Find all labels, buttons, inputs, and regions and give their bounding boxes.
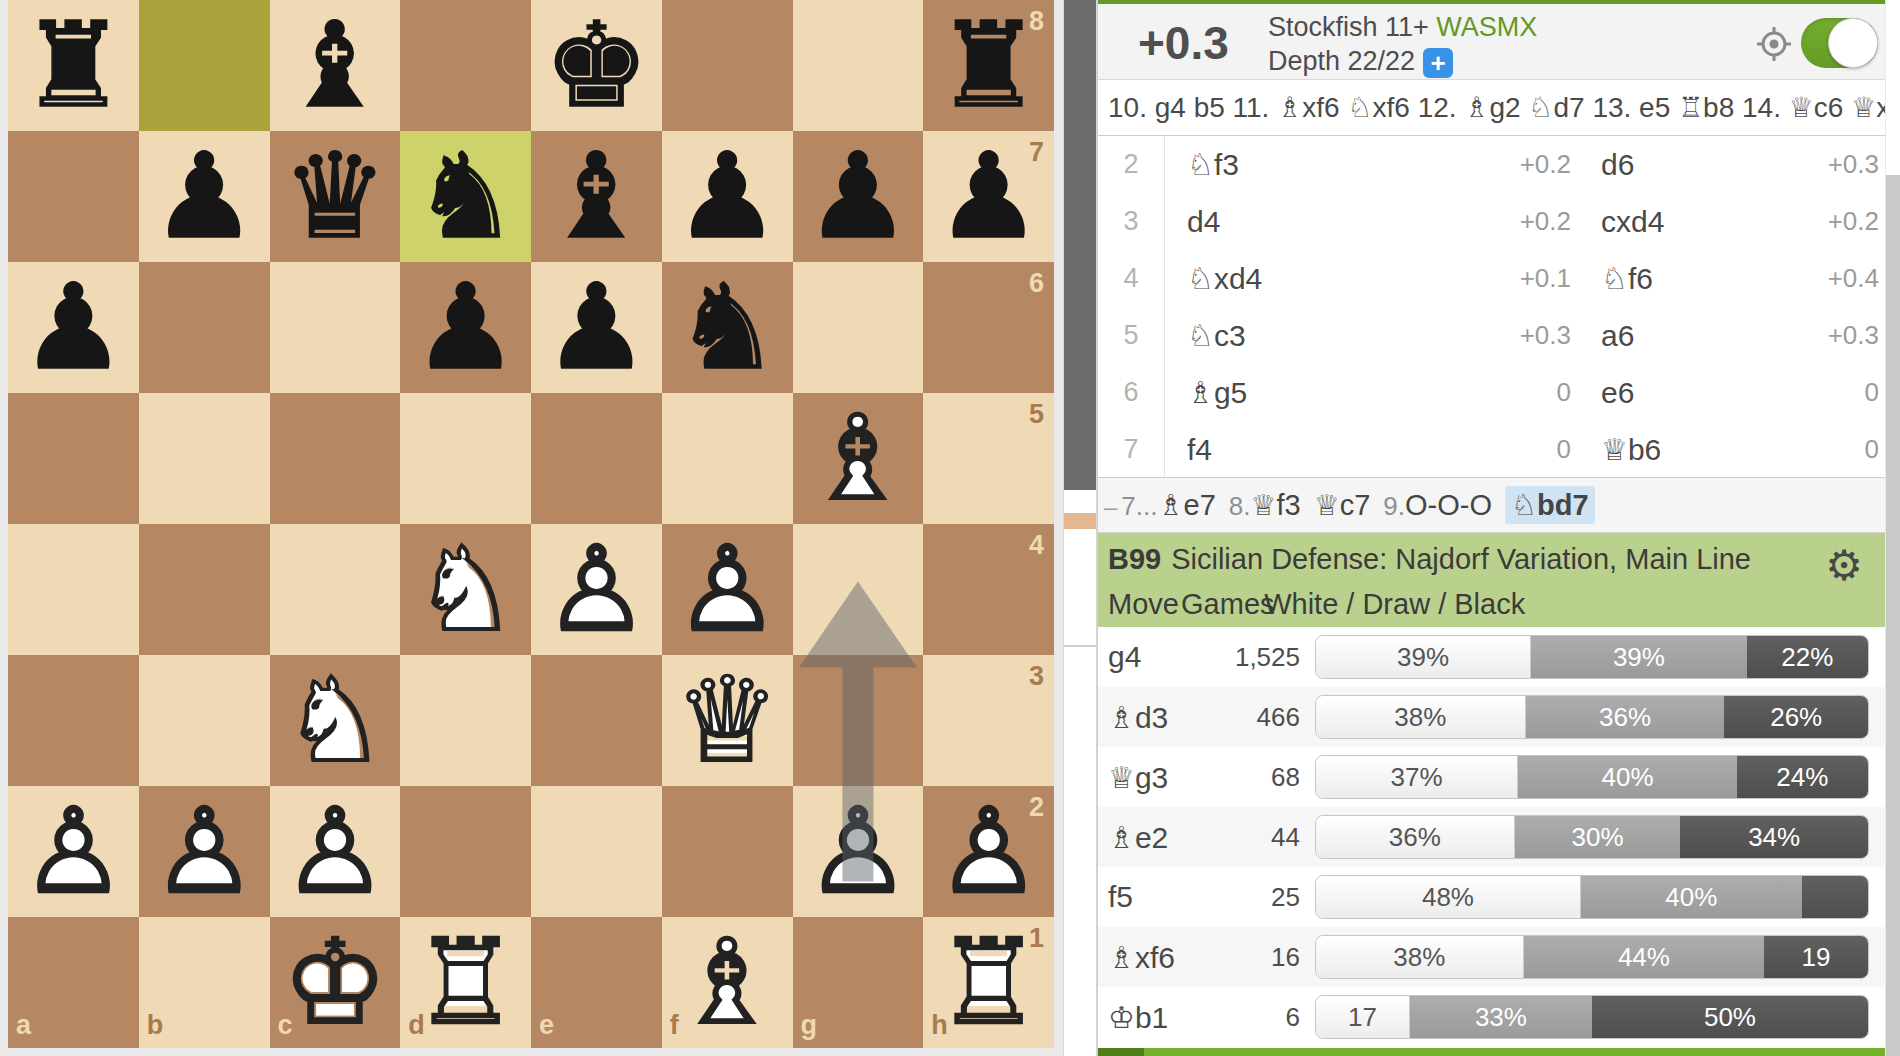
opening-name: B99Sicilian Defense: Najdorf Variation, …	[1108, 543, 1885, 576]
col-white-draw-black: White / Draw / Black	[1264, 588, 1525, 620]
piece-white-bishop[interactable]: ♝♗	[793, 393, 924, 524]
move-number: 3	[1098, 193, 1165, 250]
opening-explorer-table: g41,52539%39%22%♗d346638%36%26%♕g36837%4…	[1098, 627, 1885, 1048]
piece-black-pawn[interactable]: ♟	[923, 131, 1054, 262]
explorer-row-♗e2[interactable]: ♗e24436%30%34%	[1098, 807, 1885, 867]
explorer-row-f5[interactable]: f52548%40%	[1098, 867, 1885, 927]
add-threads-icon[interactable]: +	[1423, 48, 1453, 78]
black-move[interactable]: a6	[1601, 319, 1634, 353]
context-move[interactable]: 9.O-O-O	[1383, 501, 1505, 518]
piece-black-bishop[interactable]: ♝	[270, 0, 401, 131]
piece-glyph: ♛	[270, 131, 401, 262]
piece-white-pawn[interactable]: ♟♙	[531, 524, 662, 655]
square-c6[interactable]	[270, 262, 401, 393]
white-move-cell[interactable]: f40	[1165, 421, 1601, 478]
eval-gauge	[1063, 0, 1097, 1056]
engine-tech-label: WASMX	[1436, 12, 1537, 42]
move-number: 2	[1098, 136, 1165, 193]
square-c2[interactable]: ♟♙	[270, 786, 401, 917]
black-move[interactable]: e6	[1601, 376, 1634, 410]
square-h2[interactable]: ♟♙	[923, 786, 1054, 917]
opening-eco: B99	[1108, 543, 1161, 575]
piece-black-king[interactable]: ♚	[531, 0, 662, 131]
white-eval: +0.2	[1520, 206, 1571, 237]
square-d5[interactable]	[400, 393, 531, 524]
result-bar: 48%40%	[1315, 875, 1869, 919]
result-bar: 36%30%34%	[1315, 815, 1869, 859]
black-eval: 0	[1865, 377, 1879, 408]
move-row-2: 2♘f3+0.2d6+0.3	[1098, 136, 1885, 193]
black-wins-segment: 34%	[1680, 816, 1868, 858]
piece-glyph: ♝	[270, 0, 401, 131]
black-wins-segment: 24%	[1737, 756, 1868, 798]
square-d8[interactable]	[400, 0, 531, 131]
explorer-move[interactable]: f5	[1108, 880, 1210, 914]
engine-depth-line: Depth 22/22+	[1268, 44, 1537, 78]
white-move[interactable]: ♗g5	[1187, 375, 1247, 410]
black-move[interactable]: ♕b6	[1601, 432, 1661, 467]
piece-glyph: ♟	[8, 262, 139, 393]
square-c4[interactable]	[270, 524, 401, 655]
piece-white-bishop[interactable]: ♝♗	[662, 917, 793, 1048]
piece-black-pawn[interactable]: ♟	[8, 262, 139, 393]
white-move-cell[interactable]: ♘c3+0.3	[1165, 307, 1601, 364]
square-b3[interactable]	[139, 655, 270, 786]
piece-black-pawn[interactable]: ♟	[793, 131, 924, 262]
square-f4[interactable]: ♟♙	[662, 524, 793, 655]
result-bar: 1733%50%	[1315, 995, 1869, 1039]
piece-glyph: ♟	[139, 131, 270, 262]
black-eval: +0.3	[1828, 149, 1879, 180]
square-f8[interactable]	[662, 0, 793, 131]
black-eval: +0.4	[1828, 263, 1879, 294]
move-row-6: 6♗g50e60	[1098, 364, 1885, 421]
piece-white-pawn[interactable]: ♟♙	[923, 786, 1054, 917]
black-eval: +0.2	[1828, 206, 1879, 237]
engine-name: Stockfish 11+	[1268, 12, 1429, 42]
square-e4[interactable]: ♟♙	[531, 524, 662, 655]
white-move[interactable]: d4	[1187, 205, 1220, 239]
draws-segment: 36%	[1526, 696, 1725, 738]
engine-info: Stockfish 11+ WASMX Depth 22/22+	[1268, 10, 1537, 78]
black-wins-segment	[1802, 876, 1868, 918]
piece-white-pawn[interactable]: ♟♙	[270, 786, 401, 917]
eval-gauge-tick-line	[1064, 645, 1096, 647]
white-wins-segment: 37%	[1316, 756, 1518, 798]
context-move-current[interactable]: ♘bd7	[1505, 501, 1595, 518]
explorer-move[interactable]: ♗e2	[1108, 820, 1210, 855]
square-f7[interactable]: ♟	[662, 131, 793, 262]
piece-glyph: ♞	[662, 262, 793, 393]
black-move-cell[interactable]: ♘f6+0.4	[1601, 250, 1885, 307]
black-move-cell[interactable]: cxd4+0.2	[1601, 193, 1885, 250]
draws-segment: 40%	[1518, 756, 1737, 798]
explorer-move[interactable]: g4	[1108, 640, 1210, 674]
piece-outline: ♔	[270, 917, 401, 1048]
white-eval: +0.1	[1520, 263, 1571, 294]
black-eval: 0	[1865, 434, 1879, 465]
move-number: 7	[1098, 421, 1165, 478]
white-wins-segment: 36%	[1316, 816, 1515, 858]
progress-rest	[1144, 1048, 1885, 1056]
context-move[interactable]: ♕c7	[1314, 501, 1384, 518]
square-f1[interactable]: ♝♗	[662, 917, 793, 1048]
square-f5[interactable]	[662, 393, 793, 524]
square-f6[interactable]: ♞	[662, 262, 793, 393]
square-g3[interactable]	[793, 655, 924, 786]
square-h7[interactable]: ♟	[923, 131, 1054, 262]
square-g4[interactable]	[793, 524, 924, 655]
square-a8[interactable]: ♜	[8, 0, 139, 131]
engine-header: +0.3 Stockfish 11+ WASMX Depth 22/22+	[1098, 0, 1885, 80]
white-eval: 0	[1557, 377, 1571, 408]
piece-white-rook[interactable]: ♜♖	[923, 917, 1054, 1048]
square-h4[interactable]	[923, 524, 1054, 655]
square-g8[interactable]	[793, 0, 924, 131]
piece-glyph: ♟	[400, 262, 531, 393]
square-d6[interactable]: ♟	[400, 262, 531, 393]
eval-gauge-black-portion	[1064, 0, 1096, 490]
practice-target-icon[interactable]	[1756, 26, 1792, 62]
square-c7[interactable]: ♛	[270, 131, 401, 262]
square-a7[interactable]	[8, 131, 139, 262]
black-move[interactable]: d6	[1601, 148, 1634, 182]
engine-toggle[interactable]	[1801, 18, 1878, 68]
explorer-progress-bar	[1098, 1048, 1885, 1056]
white-move-cell[interactable]: ♘xd4+0.1	[1165, 250, 1601, 307]
square-e2[interactable]	[531, 786, 662, 917]
square-d3[interactable]	[400, 655, 531, 786]
piece-outline: ♙	[531, 524, 662, 655]
piece-white-knight[interactable]: ♞♘	[400, 524, 531, 655]
explorer-move[interactable]: ♔b1	[1108, 1000, 1210, 1035]
result-bar: 37%40%24%	[1315, 755, 1869, 799]
black-wins-segment: 19	[1764, 936, 1868, 978]
piece-glyph: ♜	[923, 0, 1054, 131]
piece-white-knight[interactable]: ♞♘	[270, 655, 401, 786]
piece-outline: ♘	[270, 655, 401, 786]
square-a6[interactable]: ♟	[8, 262, 139, 393]
square-e7[interactable]: ♝	[531, 131, 662, 262]
page-scrollbar-thumb[interactable]	[1886, 175, 1900, 1056]
piece-outline: ♙	[923, 786, 1054, 917]
explorer-column-headers: Move Games White / Draw / Black	[1108, 588, 1885, 621]
piece-white-pawn[interactable]: ♟♙	[662, 524, 793, 655]
white-move[interactable]: ♘c3	[1187, 318, 1246, 353]
engine-depth: Depth 22/22	[1268, 46, 1415, 76]
piece-glyph: ♜	[8, 0, 139, 131]
piece-outline: ♙	[662, 524, 793, 655]
piece-outline: ♗	[662, 917, 793, 1048]
explorer-games: 68	[1210, 762, 1300, 793]
black-move[interactable]: cxd4	[1601, 205, 1664, 239]
square-h5[interactable]	[923, 393, 1054, 524]
white-move-cell[interactable]: ♘f3+0.2	[1165, 136, 1601, 193]
piece-black-pawn[interactable]: ♟	[662, 131, 793, 262]
opening-explorer-header: B99Sicilian Defense: Najdorf Variation, …	[1098, 533, 1885, 627]
piece-outline: ♘	[400, 524, 531, 655]
piece-white-rook[interactable]: ♜♖	[400, 917, 531, 1048]
square-a1[interactable]	[8, 917, 139, 1048]
square-g1[interactable]	[793, 917, 924, 1048]
col-games: Games	[1181, 588, 1256, 621]
square-d7[interactable]: ♞	[400, 131, 531, 262]
move-number: 6	[1098, 364, 1165, 421]
piece-white-king[interactable]: ♚♔	[270, 917, 401, 1048]
piece-black-knight[interactable]: ♞	[662, 262, 793, 393]
principal-variation[interactable]: 10. g4 b5 11. ♗xf6 ♘xf6 12. ♗g2 ♘d7 13. …	[1098, 80, 1885, 136]
gear-icon[interactable]: ⚙	[1825, 541, 1863, 590]
move-row-3: 3d4+0.2cxd4+0.2	[1098, 193, 1885, 250]
square-h3[interactable]	[923, 655, 1054, 786]
piece-black-pawn[interactable]: ♟	[531, 262, 662, 393]
black-wins-segment: 22%	[1747, 636, 1868, 678]
white-eval: +0.2	[1520, 149, 1571, 180]
piece-black-bishop[interactable]: ♝	[531, 131, 662, 262]
explorer-row-♗d3[interactable]: ♗d346638%36%26%	[1098, 687, 1885, 747]
square-h1[interactable]: ♜♖	[923, 917, 1054, 1048]
square-b2[interactable]: ♟♙	[139, 786, 270, 917]
line-dash: –	[1104, 493, 1117, 520]
square-f2[interactable]	[662, 786, 793, 917]
square-b1[interactable]	[139, 917, 270, 1048]
current-line: –7...♗e78.♕f3♕c79.O-O-O♘bd7	[1098, 478, 1885, 533]
piece-black-pawn[interactable]: ♟	[400, 262, 531, 393]
piece-outline: ♗	[793, 393, 924, 524]
explorer-move[interactable]: ♕g3	[1108, 760, 1210, 795]
black-move[interactable]: ♘f6	[1601, 261, 1653, 296]
square-b6[interactable]	[139, 262, 270, 393]
draws-segment: 39%	[1531, 636, 1746, 678]
white-move[interactable]: ♘xd4	[1187, 261, 1262, 296]
explorer-games: 44	[1210, 822, 1300, 853]
white-move-cell[interactable]: ♗g50	[1165, 364, 1601, 421]
explorer-move[interactable]: ♗xf6	[1108, 940, 1210, 975]
square-g7[interactable]: ♟	[793, 131, 924, 262]
square-h6[interactable]	[923, 262, 1054, 393]
white-move[interactable]: f4	[1187, 433, 1212, 467]
square-b8[interactable]	[139, 0, 270, 131]
square-f3[interactable]: ♛♕	[662, 655, 793, 786]
square-g5[interactable]: ♝♗	[793, 393, 924, 524]
square-d4[interactable]: ♞♘	[400, 524, 531, 655]
explorer-games: 466	[1210, 702, 1300, 733]
piece-outline: ♙	[270, 786, 401, 917]
square-d2[interactable]	[400, 786, 531, 917]
explorer-games: 1,525	[1210, 642, 1300, 673]
move-row-7: 7f40♕b60	[1098, 421, 1885, 478]
square-c8[interactable]: ♝	[270, 0, 401, 131]
move-row-4: 4♘xd4+0.1♘f6+0.4	[1098, 250, 1885, 307]
white-wins-segment: 38%	[1316, 696, 1526, 738]
square-b7[interactable]: ♟	[139, 131, 270, 262]
explorer-games: 16	[1210, 942, 1300, 973]
piece-black-rook[interactable]: ♜	[8, 0, 139, 131]
piece-outline: ♙	[8, 786, 139, 917]
white-wins-segment: 48%	[1316, 876, 1581, 918]
square-b5[interactable]	[139, 393, 270, 524]
chess-board[interactable]: ♜♝♚♜♟♛♞♝♟♟♟♟♟♟♞♝♗♞♘♟♙♟♙♞♘♛♕♟♙♟♙♟♙♟♙♟♙♚♔♜…	[8, 0, 1054, 1048]
piece-glyph: ♟	[793, 131, 924, 262]
square-b4[interactable]	[139, 524, 270, 655]
black-move-cell[interactable]: d6+0.3	[1601, 136, 1885, 193]
piece-black-pawn[interactable]: ♟	[139, 131, 270, 262]
piece-glyph: ♟	[923, 131, 1054, 262]
draws-segment: 30%	[1515, 816, 1681, 858]
square-e3[interactable]	[531, 655, 662, 786]
square-h8[interactable]: ♜	[923, 0, 1054, 131]
white-wins-segment: 17	[1316, 996, 1410, 1038]
piece-white-queen[interactable]: ♛♕	[662, 655, 793, 786]
square-e5[interactable]	[531, 393, 662, 524]
square-a3[interactable]	[8, 655, 139, 786]
piece-white-pawn[interactable]: ♟♙	[139, 786, 270, 917]
piece-black-rook[interactable]: ♜	[923, 0, 1054, 131]
piece-outline: ♙	[139, 786, 270, 917]
opening-fullname: Sicilian Defense: Najdorf Variation, Mai…	[1171, 543, 1751, 575]
draws-segment: 40%	[1581, 876, 1802, 918]
piece-outline: ♖	[923, 917, 1054, 1048]
black-move-cell[interactable]: a6+0.3	[1601, 307, 1885, 364]
engine-toggle-knob[interactable]	[1828, 18, 1878, 68]
square-a4[interactable]	[8, 524, 139, 655]
square-a5[interactable]	[8, 393, 139, 524]
white-move-cell[interactable]: d4+0.2	[1165, 193, 1601, 250]
piece-outline: ♕	[662, 655, 793, 786]
piece-glyph: ♞	[400, 131, 531, 262]
move-number: 5	[1098, 307, 1165, 364]
black-eval: +0.3	[1828, 320, 1879, 351]
page-scrollbar[interactable]	[1886, 0, 1900, 1056]
white-wins-segment: 38%	[1316, 936, 1524, 978]
square-g6[interactable]	[793, 262, 924, 393]
explorer-row-♗xf6[interactable]: ♗xf61638%44%19	[1098, 927, 1885, 987]
draws-segment: 44%	[1524, 936, 1764, 978]
piece-glyph: ♚	[531, 0, 662, 131]
explorer-games: 25	[1210, 882, 1300, 913]
explorer-row-♔b1[interactable]: ♔b161733%50%	[1098, 987, 1885, 1047]
col-move: Move	[1108, 588, 1173, 621]
piece-white-pawn[interactable]: ♟♙	[8, 786, 139, 917]
piece-outline: ♙	[793, 786, 924, 917]
square-c1[interactable]: ♚♔	[270, 917, 401, 1048]
eval-gauge-tan-tick	[1064, 513, 1096, 529]
black-wins-segment: 50%	[1592, 996, 1868, 1038]
black-move-cell[interactable]: e60	[1601, 364, 1885, 421]
piece-glyph: ♟	[531, 262, 662, 393]
piece-white-pawn[interactable]: ♟♙	[793, 786, 924, 917]
white-eval: +0.3	[1520, 320, 1571, 351]
draws-segment: 33%	[1410, 996, 1592, 1038]
analysis-screen: ♜♝♚♜♟♛♞♝♟♟♟♟♟♟♞♝♗♞♘♟♙♟♙♞♘♛♕♟♙♟♙♟♙♟♙♟♙♚♔♜…	[0, 0, 1900, 1056]
explorer-row-g4[interactable]: g41,52539%39%22%	[1098, 627, 1885, 687]
square-e6[interactable]: ♟	[531, 262, 662, 393]
square-e8[interactable]: ♚	[531, 0, 662, 131]
square-c3[interactable]: ♞♘	[270, 655, 401, 786]
context-move[interactable]: 7...♗e7	[1121, 501, 1228, 518]
white-eval: 0	[1557, 434, 1571, 465]
black-move-cell[interactable]: ♕b60	[1601, 421, 1885, 478]
explorer-move[interactable]: ♗d3	[1108, 700, 1210, 735]
explorer-row-♕g3[interactable]: ♕g36837%40%24%	[1098, 747, 1885, 807]
square-d1[interactable]: ♜♖	[400, 917, 531, 1048]
context-move[interactable]: 8.♕f3	[1229, 501, 1314, 518]
piece-glyph: ♟	[662, 131, 793, 262]
white-wins-segment: 39%	[1316, 636, 1531, 678]
piece-black-queen[interactable]: ♛	[270, 131, 401, 262]
move-row-5: 5♘c3+0.3a6+0.3	[1098, 307, 1885, 364]
square-g2[interactable]: ♟♙	[793, 786, 924, 917]
piece-black-knight[interactable]: ♞	[400, 131, 531, 262]
progress-done	[1098, 1048, 1144, 1056]
square-a2[interactable]: ♟♙	[8, 786, 139, 917]
analysis-panel: +0.3 Stockfish 11+ WASMX Depth 22/22+ 1	[1097, 0, 1885, 1056]
black-wins-segment: 26%	[1724, 696, 1868, 738]
piece-outline: ♖	[400, 917, 531, 1048]
eval-score: +0.3	[1138, 16, 1229, 70]
square-e1[interactable]	[531, 917, 662, 1048]
result-bar: 38%36%26%	[1315, 695, 1869, 739]
result-bar: 39%39%22%	[1315, 635, 1869, 679]
square-c5[interactable]	[270, 393, 401, 524]
move-list: 2♘f3+0.2d6+0.33d4+0.2cxd4+0.24♘xd4+0.1♘f…	[1098, 136, 1885, 478]
piece-glyph: ♝	[531, 131, 662, 262]
explorer-games: 6	[1210, 1002, 1300, 1033]
engine-name-line: Stockfish 11+ WASMX	[1268, 10, 1537, 44]
move-number: 4	[1098, 250, 1165, 307]
result-bar: 38%44%19	[1315, 935, 1869, 979]
white-move[interactable]: ♘f3	[1187, 147, 1239, 182]
